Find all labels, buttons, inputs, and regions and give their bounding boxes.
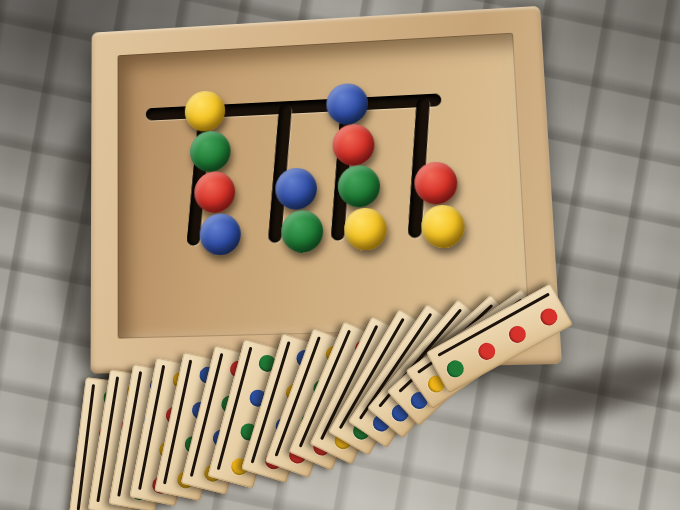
card-17-dot-4-green [444,357,467,380]
disc-red-col4-row3[interactable] [414,161,459,205]
disc-red-col3-row2[interactable] [331,123,374,166]
disc-blue-col1-row4[interactable] [199,213,241,256]
disc-red-col1-row3[interactable] [194,171,235,214]
disc-green-col1-row2[interactable] [189,130,230,173]
disc-blue-col2-row3[interactable] [275,167,318,210]
scene [0,0,680,510]
card-17-dot-3-red [475,340,498,363]
board-panel [118,33,530,339]
disc-yellow-col1-row1[interactable] [185,90,226,132]
disc-blue-col3-row1[interactable] [326,83,369,126]
disc-yellow-col4-row4[interactable] [420,204,465,248]
disc-green-col2-row4[interactable] [280,210,323,254]
card-17-dot-2-red [506,323,529,346]
disc-yellow-col3-row4[interactable] [343,207,387,251]
card-17-dot-1-red [537,305,560,328]
disc-green-col3-row3[interactable] [337,164,381,208]
